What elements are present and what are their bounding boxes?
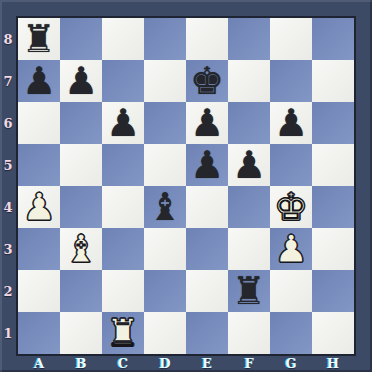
rank-labels: 87654321 bbox=[0, 18, 16, 354]
rank-label-2: 2 bbox=[0, 270, 16, 312]
square-e3[interactable] bbox=[186, 228, 228, 270]
square-e7[interactable]: ♚ bbox=[186, 60, 228, 102]
square-g3[interactable]: ♟ bbox=[270, 228, 312, 270]
square-c5[interactable] bbox=[102, 144, 144, 186]
square-e6[interactable]: ♟ bbox=[186, 102, 228, 144]
square-e4[interactable] bbox=[186, 186, 228, 228]
square-a2[interactable] bbox=[18, 270, 60, 312]
square-h6[interactable] bbox=[312, 102, 354, 144]
square-f8[interactable] bbox=[228, 18, 270, 60]
black-pawn-b7: ♟ bbox=[60, 60, 102, 102]
square-b2[interactable] bbox=[60, 270, 102, 312]
square-a7[interactable]: ♟ bbox=[18, 60, 60, 102]
rank-label-6: 6 bbox=[0, 102, 16, 144]
square-c3[interactable] bbox=[102, 228, 144, 270]
file-label-f: F bbox=[228, 355, 270, 371]
black-bishop-d4: ♝ bbox=[144, 186, 186, 228]
file-labels: ABCDEFGH bbox=[18, 355, 354, 371]
square-f5[interactable]: ♟ bbox=[228, 144, 270, 186]
square-f1[interactable] bbox=[228, 312, 270, 354]
square-g7[interactable] bbox=[270, 60, 312, 102]
chessboard: ♜♟♟♚♟♟♟♟♟♟♝♚♝♟♜♜ bbox=[16, 16, 356, 356]
white-pawn-a4: ♟ bbox=[18, 186, 60, 228]
chess-diagram: 87654321 ♜♟♟♚♟♟♟♟♟♟♝♚♝♟♜♜ ABCDEFGH bbox=[0, 0, 372, 372]
square-h2[interactable] bbox=[312, 270, 354, 312]
square-h4[interactable] bbox=[312, 186, 354, 228]
square-c4[interactable] bbox=[102, 186, 144, 228]
square-e8[interactable] bbox=[186, 18, 228, 60]
square-g4[interactable]: ♚ bbox=[270, 186, 312, 228]
square-a6[interactable] bbox=[18, 102, 60, 144]
file-label-h: H bbox=[312, 355, 354, 371]
square-c8[interactable] bbox=[102, 18, 144, 60]
square-b8[interactable] bbox=[60, 18, 102, 60]
file-label-c: C bbox=[102, 355, 144, 371]
square-d8[interactable] bbox=[144, 18, 186, 60]
square-f7[interactable] bbox=[228, 60, 270, 102]
square-a4[interactable]: ♟ bbox=[18, 186, 60, 228]
square-e2[interactable] bbox=[186, 270, 228, 312]
square-d5[interactable] bbox=[144, 144, 186, 186]
square-d2[interactable] bbox=[144, 270, 186, 312]
square-h5[interactable] bbox=[312, 144, 354, 186]
square-a5[interactable] bbox=[18, 144, 60, 186]
black-rook-f2: ♜ bbox=[228, 270, 270, 312]
square-f3[interactable] bbox=[228, 228, 270, 270]
white-bishop-b3: ♝ bbox=[60, 228, 102, 270]
square-c1[interactable]: ♜ bbox=[102, 312, 144, 354]
square-d7[interactable] bbox=[144, 60, 186, 102]
black-pawn-e5: ♟ bbox=[186, 144, 228, 186]
square-f6[interactable] bbox=[228, 102, 270, 144]
rank-label-8: 8 bbox=[0, 18, 16, 60]
square-f4[interactable] bbox=[228, 186, 270, 228]
square-d3[interactable] bbox=[144, 228, 186, 270]
white-rook-c1: ♜ bbox=[102, 312, 144, 354]
rank-label-3: 3 bbox=[0, 228, 16, 270]
black-king-e7: ♚ bbox=[186, 60, 228, 102]
square-g6[interactable]: ♟ bbox=[270, 102, 312, 144]
square-b7[interactable]: ♟ bbox=[60, 60, 102, 102]
square-b5[interactable] bbox=[60, 144, 102, 186]
square-h3[interactable] bbox=[312, 228, 354, 270]
square-b6[interactable] bbox=[60, 102, 102, 144]
file-label-g: G bbox=[270, 355, 312, 371]
rank-label-7: 7 bbox=[0, 60, 16, 102]
white-pawn-g3: ♟ bbox=[270, 228, 312, 270]
black-pawn-e6: ♟ bbox=[186, 102, 228, 144]
rank-label-1: 1 bbox=[0, 312, 16, 354]
square-b4[interactable] bbox=[60, 186, 102, 228]
black-pawn-a7: ♟ bbox=[18, 60, 60, 102]
rank-label-4: 4 bbox=[0, 186, 16, 228]
black-pawn-g6: ♟ bbox=[270, 102, 312, 144]
file-label-e: E bbox=[186, 355, 228, 371]
file-label-b: B bbox=[60, 355, 102, 371]
square-b3[interactable]: ♝ bbox=[60, 228, 102, 270]
rank-label-5: 5 bbox=[0, 144, 16, 186]
square-e1[interactable] bbox=[186, 312, 228, 354]
square-d4[interactable]: ♝ bbox=[144, 186, 186, 228]
square-g2[interactable] bbox=[270, 270, 312, 312]
square-g5[interactable] bbox=[270, 144, 312, 186]
square-h7[interactable] bbox=[312, 60, 354, 102]
file-label-d: D bbox=[144, 355, 186, 371]
square-d1[interactable] bbox=[144, 312, 186, 354]
square-f2[interactable]: ♜ bbox=[228, 270, 270, 312]
square-a8[interactable]: ♜ bbox=[18, 18, 60, 60]
square-h1[interactable] bbox=[312, 312, 354, 354]
square-c2[interactable] bbox=[102, 270, 144, 312]
black-rook-a8: ♜ bbox=[18, 18, 60, 60]
black-pawn-f5: ♟ bbox=[228, 144, 270, 186]
square-g8[interactable] bbox=[270, 18, 312, 60]
square-d6[interactable] bbox=[144, 102, 186, 144]
square-h8[interactable] bbox=[312, 18, 354, 60]
file-label-a: A bbox=[18, 355, 60, 371]
square-a1[interactable] bbox=[18, 312, 60, 354]
square-a3[interactable] bbox=[18, 228, 60, 270]
square-c6[interactable]: ♟ bbox=[102, 102, 144, 144]
square-c7[interactable] bbox=[102, 60, 144, 102]
square-g1[interactable] bbox=[270, 312, 312, 354]
square-e5[interactable]: ♟ bbox=[186, 144, 228, 186]
white-king-g4: ♚ bbox=[270, 186, 312, 228]
square-b1[interactable] bbox=[60, 312, 102, 354]
black-pawn-c6: ♟ bbox=[102, 102, 144, 144]
